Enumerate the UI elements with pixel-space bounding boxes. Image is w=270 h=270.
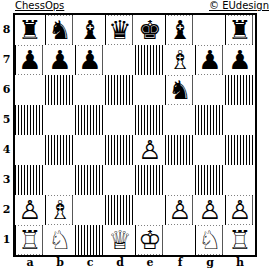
- square-h5: [225, 105, 255, 135]
- square-h2: ♙: [225, 195, 255, 225]
- app-title-link[interactable]: ChessOps: [15, 0, 64, 12]
- square-d4: [105, 135, 135, 165]
- square-b5: [45, 105, 75, 135]
- rank-label-6: 6: [0, 75, 13, 105]
- square-e6: [135, 75, 165, 105]
- square-c7: ♟: [75, 45, 105, 75]
- rank-label-7: 7: [0, 45, 13, 75]
- black-pawn-a7: ♟: [17, 46, 42, 75]
- square-b7: ♟: [45, 45, 75, 75]
- square-f7: ♗: [165, 45, 195, 75]
- square-b6: [45, 75, 75, 105]
- square-g3: [195, 165, 225, 195]
- square-b2: ♗: [45, 195, 75, 225]
- square-e2: [135, 195, 165, 225]
- square-h7: ♟: [225, 45, 255, 75]
- rank-label-2: 2: [0, 195, 13, 225]
- file-label-h: h: [225, 256, 255, 269]
- square-g7: ♟: [195, 45, 225, 75]
- square-d7: [105, 45, 135, 75]
- file-label-c: c: [75, 256, 105, 269]
- black-pawn-b7: ♟: [47, 46, 72, 75]
- square-f5: [165, 105, 195, 135]
- black-bishop-c8: ♝: [77, 16, 102, 45]
- square-g5: [195, 105, 225, 135]
- square-c1: [75, 225, 105, 255]
- square-f4: [165, 135, 195, 165]
- black-pawn-c7: ♟: [77, 46, 102, 75]
- black-rook-h8: ♜: [227, 16, 252, 45]
- square-d6: [105, 75, 135, 105]
- white-pawn-a2: ♙: [17, 196, 42, 225]
- square-e7: [135, 45, 165, 75]
- square-a4: [15, 135, 45, 165]
- square-a7: ♟: [15, 45, 45, 75]
- file-label-b: b: [45, 256, 75, 269]
- square-e1: ♔: [135, 225, 165, 255]
- chessops-diagram-page: ChessOps © EUdesign 87654321 ♜♞♝♛♚♝♜♟♟♟♗…: [0, 0, 270, 270]
- square-e3: [135, 165, 165, 195]
- credit-link[interactable]: © EUdesign: [209, 0, 269, 12]
- square-d1: ♕: [105, 225, 135, 255]
- square-b3: [45, 165, 75, 195]
- square-h4: [225, 135, 255, 165]
- square-g6: [195, 75, 225, 105]
- square-e5: [135, 105, 165, 135]
- rank-label-1: 1: [0, 225, 13, 255]
- square-f2: ♙: [165, 195, 195, 225]
- white-pawn-h2: ♙: [227, 196, 252, 225]
- rank-label-8: 8: [0, 15, 13, 45]
- white-bishop-f7: ♗: [167, 46, 192, 75]
- black-bishop-f8: ♝: [167, 16, 192, 45]
- file-label-f: f: [165, 256, 195, 269]
- white-pawn-g2: ♙: [197, 196, 222, 225]
- white-rook-a1: ♖: [17, 226, 42, 255]
- square-c8: ♝: [75, 15, 105, 45]
- square-d2: [105, 195, 135, 225]
- square-c2: [75, 195, 105, 225]
- square-g4: [195, 135, 225, 165]
- square-c4: [75, 135, 105, 165]
- square-e8: ♚: [135, 15, 165, 45]
- rank-label-3: 3: [0, 165, 13, 195]
- square-a3: [15, 165, 45, 195]
- square-b4: [45, 135, 75, 165]
- rank-labels: 87654321: [0, 15, 13, 255]
- black-rook-a8: ♜: [17, 16, 42, 45]
- square-c5: [75, 105, 105, 135]
- white-pawn-e4: ♙: [137, 136, 162, 165]
- square-g1: ♘: [195, 225, 225, 255]
- square-f3: [165, 165, 195, 195]
- white-knight-g1: ♘: [197, 226, 222, 255]
- square-d8: ♛: [105, 15, 135, 45]
- square-d3: [105, 165, 135, 195]
- square-a8: ♜: [15, 15, 45, 45]
- black-king-e8: ♚: [137, 16, 162, 45]
- square-h1: ♖: [225, 225, 255, 255]
- white-pawn-f2: ♙: [167, 196, 192, 225]
- file-label-d: d: [105, 256, 135, 269]
- file-label-a: a: [15, 256, 45, 269]
- white-bishop-b2: ♗: [47, 196, 72, 225]
- white-knight-b1: ♘: [47, 226, 72, 255]
- square-a1: ♖: [15, 225, 45, 255]
- square-a5: [15, 105, 45, 135]
- square-c6: [75, 75, 105, 105]
- white-queen-d1: ♕: [107, 226, 132, 255]
- black-pawn-g7: ♟: [197, 46, 222, 75]
- file-labels: abcdefgh: [15, 256, 255, 269]
- square-a2: ♙: [15, 195, 45, 225]
- rank-label-4: 4: [0, 135, 13, 165]
- square-f8: ♝: [165, 15, 195, 45]
- square-d5: [105, 105, 135, 135]
- square-b1: ♘: [45, 225, 75, 255]
- white-king-e1: ♔: [137, 226, 162, 255]
- black-knight-f6: ♞: [167, 76, 192, 105]
- header: ChessOps © EUdesign: [0, 0, 270, 13]
- square-a6: [15, 75, 45, 105]
- white-rook-h1: ♖: [227, 226, 252, 255]
- square-b8: ♞: [45, 15, 75, 45]
- square-c3: [75, 165, 105, 195]
- square-h6: [225, 75, 255, 105]
- black-pawn-h7: ♟: [227, 46, 252, 75]
- chess-board: ♜♞♝♛♚♝♜♟♟♟♗♟♟♞♙♙♗♙♙♙♖♘♕♔♘♖: [13, 13, 257, 257]
- square-g8: [195, 15, 225, 45]
- rank-label-5: 5: [0, 105, 13, 135]
- square-h8: ♜: [225, 15, 255, 45]
- square-g2: ♙: [195, 195, 225, 225]
- black-knight-b8: ♞: [47, 16, 72, 45]
- square-h3: [225, 165, 255, 195]
- square-f6: ♞: [165, 75, 195, 105]
- black-queen-d8: ♛: [107, 16, 132, 45]
- file-label-g: g: [195, 256, 225, 269]
- file-label-e: e: [135, 256, 165, 269]
- square-e4: ♙: [135, 135, 165, 165]
- square-f1: [165, 225, 195, 255]
